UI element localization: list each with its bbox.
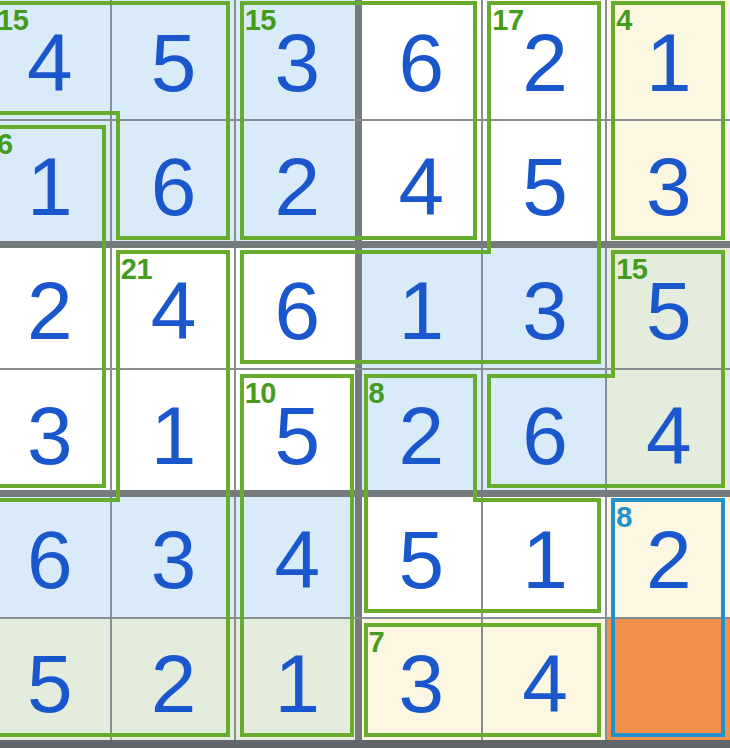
- cell-r2c6[interactable]: 3: [606, 120, 730, 245]
- cage-border: [0, 733, 230, 737]
- cell-value: 4: [522, 643, 567, 725]
- cage-border: [240, 733, 354, 737]
- cage-border: [364, 623, 602, 627]
- cage-sum-label: 7: [369, 627, 385, 658]
- cage-sum-label: 10: [245, 378, 276, 409]
- cell-r4c1[interactable]: 3: [0, 369, 112, 494]
- cell-r2c1[interactable]: 1: [0, 120, 112, 245]
- gridline: [0, 617, 730, 619]
- cell-value: 5: [275, 395, 320, 477]
- cell-value: 5: [151, 22, 196, 104]
- gridline: [0, 241, 730, 248]
- cage-sum-label: 17: [492, 5, 523, 36]
- cell-value: 5: [398, 519, 443, 601]
- cell-value: 5: [27, 643, 72, 725]
- cage-border: [240, 374, 244, 737]
- cell-value: 1: [646, 22, 691, 104]
- cage-sum-label: 21: [121, 254, 152, 285]
- gridline: [0, 368, 730, 370]
- cell-r5c3[interactable]: 4: [235, 493, 360, 618]
- cell-value: 2: [275, 146, 320, 228]
- cage-border: [240, 250, 492, 254]
- cell-r2c4[interactable]: 4: [359, 120, 484, 245]
- gridline: [234, 0, 236, 742]
- cell-value: 4: [275, 519, 320, 601]
- cell-r6c2[interactable]: 2: [111, 618, 236, 743]
- cell-value: 1: [398, 270, 443, 352]
- cage-border: [597, 1, 601, 364]
- cage-border: [350, 374, 354, 737]
- cage-border: [487, 374, 615, 378]
- cell-value: 4: [646, 395, 691, 477]
- cage-border: [597, 498, 601, 612]
- cage-border: [611, 250, 615, 378]
- cell-r2c5[interactable]: 5: [482, 120, 607, 245]
- cage-border: [487, 374, 491, 488]
- cage-sum-label: 15: [616, 254, 647, 285]
- gridline: [605, 0, 607, 742]
- cell-value: 1: [522, 519, 567, 601]
- cell-r3c5[interactable]: 3: [482, 245, 607, 370]
- cell-value: 5: [646, 270, 691, 352]
- cell-value: 4: [151, 270, 196, 352]
- cage-border: [240, 236, 478, 240]
- cage-border: [116, 236, 230, 240]
- cell-r4c5[interactable]: 6: [482, 369, 607, 494]
- cell-value: 6: [522, 395, 567, 477]
- cage-border: [721, 498, 725, 737]
- cell-value: 2: [646, 519, 691, 601]
- cell-r3c4[interactable]: 1: [359, 245, 484, 370]
- cell-value: 3: [27, 395, 72, 477]
- cage-border: [0, 498, 120, 502]
- cell-r2c3[interactable]: 2: [235, 120, 360, 245]
- cell-value: 2: [522, 22, 567, 104]
- cell-r3c1[interactable]: 2: [0, 245, 112, 370]
- cage-border: [721, 1, 725, 240]
- cage-border: [240, 1, 244, 240]
- cell-value: 3: [398, 643, 443, 725]
- killer-sudoku-app: 4536211624532461353152646345125213415615…: [0, 0, 730, 748]
- cage-border: [0, 484, 106, 488]
- cell-r5c5[interactable]: 1: [482, 493, 607, 618]
- cell-r6c1[interactable]: 5: [0, 618, 112, 743]
- cage-border: [364, 623, 368, 737]
- cell-value: 1: [151, 395, 196, 477]
- cage-border: [116, 111, 120, 239]
- cell-r5c1[interactable]: 6: [0, 493, 112, 618]
- cage-border: [487, 1, 491, 254]
- cage-border: [102, 125, 106, 488]
- cell-value: 3: [522, 270, 567, 352]
- cage-sum-label: 8: [616, 502, 632, 533]
- cell-r5c4[interactable]: 5: [359, 493, 484, 618]
- cage-sum-label: 15: [0, 5, 28, 36]
- cage-sum-label: 6: [0, 129, 13, 160]
- cell-value: 3: [151, 519, 196, 601]
- cell-value: 6: [151, 146, 196, 228]
- cell-value: 6: [398, 22, 443, 104]
- cell-value: 6: [27, 519, 72, 601]
- cage-border: [116, 250, 120, 503]
- board-bottom-edge: [0, 740, 730, 748]
- cell-r4c2[interactable]: 1: [111, 369, 236, 494]
- cell-value: 2: [151, 643, 196, 725]
- cage-border: [226, 250, 230, 737]
- cage-border: [487, 484, 725, 488]
- cell-value: 4: [398, 146, 443, 228]
- killer-sudoku-board: 4536211624532461353152646345125213415615…: [0, 0, 730, 748]
- cell-value: 5: [522, 146, 567, 228]
- cage-border: [597, 623, 601, 737]
- cell-value: 3: [275, 22, 320, 104]
- cage-border: [226, 1, 230, 240]
- cell-r6c3[interactable]: 1: [235, 618, 360, 743]
- cage-border: [611, 498, 615, 737]
- cell-r6c6[interactable]: [606, 618, 730, 743]
- cell-value: 6: [275, 270, 320, 352]
- cell-value: 2: [27, 270, 72, 352]
- cage-sum-label: 4: [616, 5, 632, 36]
- gridline: [481, 0, 483, 742]
- cage-border: [611, 1, 615, 240]
- cage-border: [473, 498, 601, 502]
- cage-border: [364, 733, 602, 737]
- cell-value: 4: [27, 22, 72, 104]
- cage-sum-label: 15: [245, 5, 276, 36]
- cell-value: 1: [275, 643, 320, 725]
- cell-r6c5[interactable]: 4: [482, 618, 607, 743]
- cage-border: [240, 250, 244, 364]
- cage-border: [611, 733, 725, 737]
- cage-border: [364, 609, 602, 613]
- gridline: [355, 0, 362, 742]
- cage-border: [0, 1, 230, 5]
- cell-value: 2: [398, 395, 443, 477]
- cage-border: [473, 1, 477, 240]
- cage-border: [0, 125, 106, 129]
- cell-r5c2[interactable]: 3: [111, 493, 236, 618]
- cage-sum-label: 8: [369, 378, 385, 409]
- cage-border: [240, 360, 602, 364]
- cage-border: [0, 111, 120, 115]
- cage-border: [364, 374, 368, 613]
- cell-value: 3: [646, 146, 691, 228]
- cell-r1c2[interactable]: 5: [111, 0, 236, 121]
- cage-border: [473, 374, 477, 502]
- cell-r3c3[interactable]: 6: [235, 245, 360, 370]
- cage-border: [721, 250, 725, 489]
- cage-border: [611, 236, 725, 240]
- cell-value: 1: [27, 146, 72, 228]
- cell-r4c6[interactable]: 4: [606, 369, 730, 494]
- gridline: [0, 119, 730, 121]
- cell-r2c2[interactable]: 6: [111, 120, 236, 245]
- cell-r1c4[interactable]: 6: [359, 0, 484, 121]
